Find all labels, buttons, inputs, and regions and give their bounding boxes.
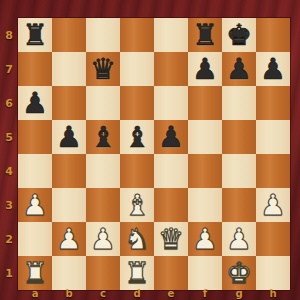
- rank-label-3: 3: [0, 188, 18, 222]
- file-label-e: e: [154, 289, 188, 300]
- file-labels: abcdefgh: [18, 289, 290, 300]
- piece-black-pawn-g7[interactable]: ♟: [222, 52, 256, 86]
- square-f8[interactable]: ♜: [188, 18, 222, 52]
- rank-label-4: 4: [0, 154, 18, 188]
- square-e8[interactable]: [154, 18, 188, 52]
- rank-label-6: 6: [0, 86, 18, 120]
- piece-black-rook-f8[interactable]: ♜: [188, 18, 222, 52]
- square-d2[interactable]: ♞: [120, 222, 154, 256]
- square-a2[interactable]: [18, 222, 52, 256]
- piece-white-pawn-c2[interactable]: ♟: [86, 222, 120, 256]
- rank-label-5: 5: [0, 120, 18, 154]
- square-d6[interactable]: [120, 86, 154, 120]
- square-a8[interactable]: ♜: [18, 18, 52, 52]
- square-b1[interactable]: [52, 256, 86, 290]
- square-c6[interactable]: [86, 86, 120, 120]
- rank-labels: 87654321: [0, 18, 18, 290]
- square-h8[interactable]: [256, 18, 290, 52]
- piece-black-pawn-f7[interactable]: ♟: [188, 52, 222, 86]
- rank-label-1: 1: [0, 256, 18, 290]
- piece-white-pawn-g2[interactable]: ♟: [222, 222, 256, 256]
- file-label-a: a: [18, 289, 52, 300]
- square-g6[interactable]: [222, 86, 256, 120]
- piece-white-pawn-h3[interactable]: ♟: [256, 188, 290, 222]
- square-d7[interactable]: [120, 52, 154, 86]
- piece-black-bishop-d5[interactable]: ♝: [120, 120, 154, 154]
- square-g2[interactable]: ♟: [222, 222, 256, 256]
- square-d4[interactable]: [120, 154, 154, 188]
- rank-label-8: 8: [0, 18, 18, 52]
- square-g7[interactable]: ♟: [222, 52, 256, 86]
- square-b7[interactable]: [52, 52, 86, 86]
- square-h2[interactable]: [256, 222, 290, 256]
- rank-label-7: 7: [0, 52, 18, 86]
- square-a6[interactable]: ♟: [18, 86, 52, 120]
- square-a4[interactable]: [18, 154, 52, 188]
- square-b2[interactable]: ♟: [52, 222, 86, 256]
- square-c8[interactable]: [86, 18, 120, 52]
- piece-white-king-g1[interactable]: ♚: [222, 256, 256, 290]
- piece-white-knight-d2[interactable]: ♞: [120, 222, 154, 256]
- square-g8[interactable]: ♚: [222, 18, 256, 52]
- square-f7[interactable]: ♟: [188, 52, 222, 86]
- square-g4[interactable]: [222, 154, 256, 188]
- square-c1[interactable]: [86, 256, 120, 290]
- square-f6[interactable]: [188, 86, 222, 120]
- file-label-c: c: [86, 289, 120, 300]
- piece-white-queen-e2[interactable]: ♛: [154, 222, 188, 256]
- piece-white-pawn-b2[interactable]: ♟: [52, 222, 86, 256]
- square-g5[interactable]: [222, 120, 256, 154]
- square-b5[interactable]: ♟: [52, 120, 86, 154]
- square-h7[interactable]: ♟: [256, 52, 290, 86]
- square-d1[interactable]: ♜: [120, 256, 154, 290]
- square-b4[interactable]: [52, 154, 86, 188]
- square-a3[interactable]: ♟: [18, 188, 52, 222]
- square-b8[interactable]: [52, 18, 86, 52]
- square-e7[interactable]: [154, 52, 188, 86]
- rank-label-2: 2: [0, 222, 18, 256]
- square-a1[interactable]: ♜: [18, 256, 52, 290]
- square-a7[interactable]: [18, 52, 52, 86]
- piece-black-pawn-e5[interactable]: ♟: [154, 120, 188, 154]
- chess-board: ♜♜♚♛♟♟♟♟♟♝♝♟♟♝♟♟♟♞♛♟♟♜♜♚: [18, 18, 290, 290]
- piece-black-bishop-c5[interactable]: ♝: [86, 120, 120, 154]
- square-d3[interactable]: ♝: [120, 188, 154, 222]
- piece-black-rook-a8[interactable]: ♜: [18, 18, 52, 52]
- square-a5[interactable]: [18, 120, 52, 154]
- square-e2[interactable]: ♛: [154, 222, 188, 256]
- file-label-h: h: [256, 289, 290, 300]
- piece-black-pawn-b5[interactable]: ♟: [52, 120, 86, 154]
- square-f3[interactable]: [188, 188, 222, 222]
- piece-black-king-g8[interactable]: ♚: [222, 18, 256, 52]
- square-d5[interactable]: ♝: [120, 120, 154, 154]
- square-f2[interactable]: ♟: [188, 222, 222, 256]
- file-label-g: g: [222, 289, 256, 300]
- piece-white-pawn-f2[interactable]: ♟: [188, 222, 222, 256]
- square-g3[interactable]: [222, 188, 256, 222]
- square-c4[interactable]: [86, 154, 120, 188]
- square-h5[interactable]: [256, 120, 290, 154]
- square-c5[interactable]: ♝: [86, 120, 120, 154]
- square-e4[interactable]: [154, 154, 188, 188]
- piece-black-pawn-h7[interactable]: ♟: [256, 52, 290, 86]
- piece-white-bishop-d3[interactable]: ♝: [120, 188, 154, 222]
- square-e3[interactable]: [154, 188, 188, 222]
- piece-black-queen-c7[interactable]: ♛: [86, 52, 120, 86]
- file-label-d: d: [120, 289, 154, 300]
- square-g1[interactable]: ♚: [222, 256, 256, 290]
- piece-white-rook-a1[interactable]: ♜: [18, 256, 52, 290]
- square-b6[interactable]: [52, 86, 86, 120]
- square-d8[interactable]: [120, 18, 154, 52]
- square-h3[interactable]: ♟: [256, 188, 290, 222]
- square-b3[interactable]: [52, 188, 86, 222]
- square-c2[interactable]: ♟: [86, 222, 120, 256]
- square-e6[interactable]: [154, 86, 188, 120]
- piece-black-pawn-a6[interactable]: ♟: [18, 86, 52, 120]
- square-h1[interactable]: [256, 256, 290, 290]
- piece-white-rook-d1[interactable]: ♜: [120, 256, 154, 290]
- square-e1[interactable]: [154, 256, 188, 290]
- file-label-f: f: [188, 289, 222, 300]
- piece-white-pawn-a3[interactable]: ♟: [18, 188, 52, 222]
- square-h6[interactable]: [256, 86, 290, 120]
- square-f5[interactable]: [188, 120, 222, 154]
- square-h4[interactable]: [256, 154, 290, 188]
- file-label-b: b: [52, 289, 86, 300]
- square-c7[interactable]: ♛: [86, 52, 120, 86]
- square-c3[interactable]: [86, 188, 120, 222]
- square-f4[interactable]: [188, 154, 222, 188]
- chess-diagram: ♜♜♚♛♟♟♟♟♟♝♝♟♟♝♟♟♟♞♛♟♟♜♜♚ 87654321 abcdef…: [0, 0, 300, 300]
- square-f1[interactable]: [188, 256, 222, 290]
- square-e5[interactable]: ♟: [154, 120, 188, 154]
